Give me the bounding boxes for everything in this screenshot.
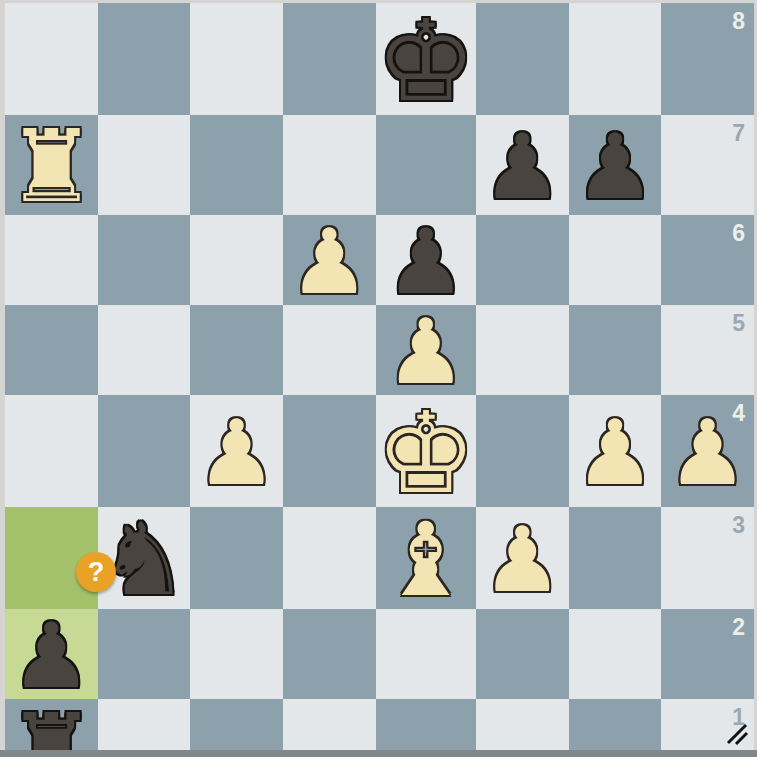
square-a2[interactable]: ♟: [5, 609, 98, 699]
square-e3[interactable]: ♝: [376, 507, 476, 609]
square-f5[interactable]: [476, 305, 569, 395]
chess-board-screenshot: ♚8♜♟♟7♟♟6♟5♟♚♟4♟♞♝♟3♟2a♜bcdefg1h ?: [0, 0, 757, 757]
square-b3[interactable]: ♞: [98, 507, 191, 609]
black-pawn-piece[interactable]: ♟: [11, 611, 92, 701]
move-annotation-mistake-badge: ?: [76, 552, 116, 592]
square-h2[interactable]: 2: [661, 609, 754, 699]
square-e7[interactable]: [376, 115, 476, 215]
square-h7[interactable]: 7: [661, 115, 754, 215]
square-a7[interactable]: ♜: [5, 115, 98, 215]
square-f1[interactable]: f: [476, 699, 569, 757]
rank-label-7: 7: [732, 122, 745, 145]
square-d4[interactable]: [283, 395, 376, 507]
square-d1[interactable]: d: [283, 699, 376, 757]
square-h6[interactable]: 6: [661, 215, 754, 305]
square-f7[interactable]: ♟: [476, 115, 569, 215]
square-f3[interactable]: ♟: [476, 507, 569, 609]
board-resize-handle-icon[interactable]: [726, 723, 748, 745]
square-f8[interactable]: [476, 3, 569, 115]
square-b7[interactable]: [98, 115, 191, 215]
rank-label-8: 8: [732, 10, 745, 33]
white-pawn-piece[interactable]: ♟: [289, 217, 370, 307]
white-pawn-piece[interactable]: ♟: [482, 515, 563, 605]
white-rook-piece[interactable]: ♜: [7, 117, 97, 217]
square-c2[interactable]: [190, 609, 283, 699]
square-d6[interactable]: ♟: [283, 215, 376, 305]
square-b4[interactable]: [98, 395, 191, 507]
square-a8[interactable]: [5, 3, 98, 115]
square-f4[interactable]: [476, 395, 569, 507]
rank-label-2: 2: [732, 616, 745, 639]
square-g6[interactable]: [569, 215, 662, 305]
square-b8[interactable]: [98, 3, 191, 115]
square-a6[interactable]: [5, 215, 98, 305]
white-pawn-piece[interactable]: ♟: [196, 408, 277, 498]
white-pawn-piece[interactable]: ♟: [575, 408, 656, 498]
square-g7[interactable]: ♟: [569, 115, 662, 215]
square-f2[interactable]: [476, 609, 569, 699]
square-c6[interactable]: [190, 215, 283, 305]
square-g5[interactable]: [569, 305, 662, 395]
square-e2[interactable]: [376, 609, 476, 699]
square-d5[interactable]: [283, 305, 376, 395]
square-c1[interactable]: c: [190, 699, 283, 757]
square-b1[interactable]: b: [98, 699, 191, 757]
square-g8[interactable]: [569, 3, 662, 115]
white-king-piece[interactable]: ♚: [376, 397, 476, 509]
white-pawn-piece[interactable]: ♟: [667, 408, 748, 498]
square-b2[interactable]: [98, 609, 191, 699]
square-g2[interactable]: [569, 609, 662, 699]
square-b6[interactable]: [98, 215, 191, 305]
black-king-piece[interactable]: ♚: [376, 5, 476, 117]
square-h8[interactable]: 8: [661, 3, 754, 115]
rank-label-5: 5: [732, 312, 745, 335]
black-rook-piece[interactable]: ♜: [7, 701, 97, 757]
square-g3[interactable]: [569, 507, 662, 609]
black-pawn-piece[interactable]: ♟: [575, 122, 656, 212]
square-g1[interactable]: g: [569, 699, 662, 757]
square-a5[interactable]: [5, 305, 98, 395]
black-pawn-piece[interactable]: ♟: [385, 217, 466, 307]
square-h5[interactable]: 5: [661, 305, 754, 395]
square-a4[interactable]: [5, 395, 98, 507]
white-pawn-piece[interactable]: ♟: [385, 307, 466, 397]
square-e6[interactable]: ♟: [376, 215, 476, 305]
square-g4[interactable]: ♟: [569, 395, 662, 507]
white-bishop-piece[interactable]: ♝: [380, 509, 471, 611]
square-c7[interactable]: [190, 115, 283, 215]
square-c4[interactable]: ♟: [190, 395, 283, 507]
square-e4[interactable]: ♚: [376, 395, 476, 507]
square-d8[interactable]: [283, 3, 376, 115]
square-e5[interactable]: ♟: [376, 305, 476, 395]
square-d2[interactable]: [283, 609, 376, 699]
square-h4[interactable]: 4♟: [661, 395, 754, 507]
square-c8[interactable]: [190, 3, 283, 115]
chess-board: ♚8♜♟♟7♟♟6♟5♟♚♟4♟♞♝♟3♟2a♜bcdefg1h: [5, 3, 754, 750]
black-pawn-piece[interactable]: ♟: [482, 122, 563, 212]
square-e8[interactable]: ♚: [376, 3, 476, 115]
square-d7[interactable]: [283, 115, 376, 215]
square-b5[interactable]: [98, 305, 191, 395]
square-e1[interactable]: e: [376, 699, 476, 757]
square-a1[interactable]: a♜: [5, 699, 98, 757]
square-c5[interactable]: [190, 305, 283, 395]
square-c3[interactable]: [190, 507, 283, 609]
square-h3[interactable]: 3: [661, 507, 754, 609]
rank-label-3: 3: [732, 514, 745, 537]
square-f6[interactable]: [476, 215, 569, 305]
square-d3[interactable]: [283, 507, 376, 609]
rank-label-6: 6: [732, 222, 745, 245]
